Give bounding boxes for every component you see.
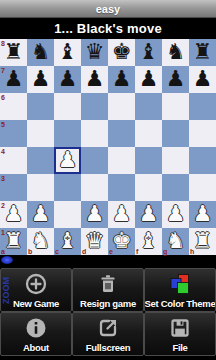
square-d1[interactable]: d♛ xyxy=(81,228,108,255)
square-h3[interactable] xyxy=(189,174,216,201)
move-status-text: 1... Black's move xyxy=(54,21,162,36)
square-f5[interactable] xyxy=(135,120,162,147)
piece-black-pawn: ♟ xyxy=(27,66,54,93)
piece-black-pawn: ♟ xyxy=(54,66,81,93)
square-c1[interactable]: c♝ xyxy=(54,228,81,255)
rank-label-1: 1 xyxy=(1,229,5,236)
board-bottom-strip xyxy=(0,255,216,268)
square-h2[interactable]: ♟ xyxy=(189,201,216,228)
rank-label-6: 6 xyxy=(1,94,5,101)
options-menu: New Game Resign game Set xyxy=(0,268,216,356)
square-h4[interactable] xyxy=(189,147,216,174)
square-b1[interactable]: b♞ xyxy=(27,228,54,255)
square-c4[interactable]: ♟ xyxy=(54,147,81,174)
square-a7[interactable]: 7♟ xyxy=(0,66,27,93)
piece-black-pawn: ♟ xyxy=(108,66,135,93)
file-label-d: d xyxy=(82,248,86,255)
square-c7[interactable]: ♟ xyxy=(54,66,81,93)
square-e3[interactable] xyxy=(108,174,135,201)
square-b2[interactable]: ♟ xyxy=(27,201,54,228)
app-title: easy xyxy=(96,3,120,15)
menu-item-label: Fullscreen xyxy=(86,342,131,353)
move-status-bar: 1... Black's move xyxy=(0,18,216,39)
square-h8[interactable]: ♜ xyxy=(189,39,216,66)
rank-label-4: 4 xyxy=(1,148,5,155)
square-f7[interactable]: ♟ xyxy=(135,66,162,93)
menu-item-about[interactable]: About xyxy=(0,312,72,356)
square-a4[interactable]: 4 xyxy=(0,147,27,174)
square-c6[interactable] xyxy=(54,93,81,120)
square-c2[interactable] xyxy=(54,201,81,228)
square-a6[interactable]: 6 xyxy=(0,93,27,120)
title-bar: easy xyxy=(0,0,216,18)
square-f8[interactable]: ♝ xyxy=(135,39,162,66)
file-label-f: f xyxy=(136,248,138,255)
square-g3[interactable] xyxy=(162,174,189,201)
file-label-b: b xyxy=(28,248,32,255)
square-d5[interactable] xyxy=(81,120,108,147)
piece-black-pawn: ♟ xyxy=(162,66,189,93)
square-d2[interactable]: ♟ xyxy=(81,201,108,228)
square-c3[interactable] xyxy=(54,174,81,201)
vertical-text-artifact: ZOOM xyxy=(1,264,11,304)
menu-item-file[interactable]: File xyxy=(144,312,216,356)
rank-label-5: 5 xyxy=(1,121,5,128)
file-label-c: c xyxy=(55,248,59,255)
piece-black-bishop: ♝ xyxy=(54,39,81,66)
info-icon xyxy=(24,316,48,341)
square-g5[interactable] xyxy=(162,120,189,147)
piece-black-pawn: ♟ xyxy=(189,66,216,93)
menu-item-fullscreen[interactable]: Fullscreen xyxy=(72,312,144,356)
square-a5[interactable]: 5 xyxy=(0,120,27,147)
piece-black-knight: ♞ xyxy=(27,39,54,66)
trash-icon xyxy=(96,272,120,297)
square-a1[interactable]: 1a♜ xyxy=(0,228,27,255)
rank-label-8: 8 xyxy=(1,40,5,47)
square-b3[interactable] xyxy=(27,174,54,201)
square-b4[interactable] xyxy=(27,147,54,174)
rank-label-2: 2 xyxy=(1,202,5,209)
piece-white-pawn: ♟ xyxy=(81,201,108,228)
piece-white-pawn: ♟ xyxy=(108,201,135,228)
square-f3[interactable] xyxy=(135,174,162,201)
square-e2[interactable]: ♟ xyxy=(108,201,135,228)
piece-black-king: ♚ xyxy=(108,39,135,66)
menu-item-label: Set Color Theme xyxy=(145,298,216,309)
menu-item-label: File xyxy=(172,342,187,353)
square-e8[interactable]: ♚ xyxy=(108,39,135,66)
piece-white-pawn: ♟ xyxy=(162,201,189,228)
square-g7[interactable]: ♟ xyxy=(162,66,189,93)
fullscreen-icon xyxy=(96,316,120,341)
square-h1[interactable]: h♜ xyxy=(189,228,216,255)
square-e7[interactable]: ♟ xyxy=(108,66,135,93)
piece-white-bishop: ♝ xyxy=(135,228,162,255)
square-g8[interactable]: ♞ xyxy=(162,39,189,66)
square-f6[interactable] xyxy=(135,93,162,120)
file-label-h: h xyxy=(190,248,194,255)
color-squares-icon xyxy=(168,272,192,297)
file-label-g: g xyxy=(163,248,167,255)
square-d3[interactable] xyxy=(81,174,108,201)
square-c5[interactable] xyxy=(54,120,81,147)
menu-item-resign-game[interactable]: Resign game xyxy=(72,268,144,312)
piece-black-pawn: ♟ xyxy=(135,66,162,93)
file-label-e: e xyxy=(109,248,113,255)
menu-item-set-color-theme[interactable]: Set Color Theme xyxy=(144,268,216,312)
rank-label-3: 3 xyxy=(1,175,5,182)
blue-smudge-artifact xyxy=(1,256,13,264)
chess-board: 8♜♞♝♛♚♝♞♜7♟♟♟♟♟♟♟♟654♟32♟♟♟♟♟♟♟1a♜b♞c♝d♛… xyxy=(0,39,216,255)
square-b6[interactable] xyxy=(27,93,54,120)
square-c8[interactable]: ♝ xyxy=(54,39,81,66)
menu-item-label: Resign game xyxy=(80,298,136,309)
square-e4[interactable] xyxy=(108,147,135,174)
square-g4[interactable] xyxy=(162,147,189,174)
square-h6[interactable] xyxy=(189,93,216,120)
plus-circle-icon xyxy=(24,272,48,297)
piece-white-pawn: ♟ xyxy=(54,147,81,174)
piece-white-pawn: ♟ xyxy=(189,201,216,228)
square-d7[interactable]: ♟ xyxy=(81,66,108,93)
piece-black-bishop: ♝ xyxy=(135,39,162,66)
square-d8[interactable]: ♛ xyxy=(81,39,108,66)
square-a2[interactable]: 2♟ xyxy=(0,201,27,228)
square-a3[interactable]: 3 xyxy=(0,174,27,201)
rank-label-7: 7 xyxy=(1,67,5,74)
square-f2[interactable]: ♟ xyxy=(135,201,162,228)
piece-black-queen: ♛ xyxy=(81,39,108,66)
square-d6[interactable] xyxy=(81,93,108,120)
square-e6[interactable] xyxy=(108,93,135,120)
square-g1[interactable]: g♞ xyxy=(162,228,189,255)
square-e1[interactable]: e♚ xyxy=(108,228,135,255)
piece-white-pawn: ♟ xyxy=(27,201,54,228)
square-b7[interactable]: ♟ xyxy=(27,66,54,93)
square-g2[interactable]: ♟ xyxy=(162,201,189,228)
menu-item-label: About xyxy=(23,342,49,353)
square-g6[interactable] xyxy=(162,93,189,120)
square-d4[interactable] xyxy=(81,147,108,174)
square-b5[interactable] xyxy=(27,120,54,147)
square-h7[interactable]: ♟ xyxy=(189,66,216,93)
square-e5[interactable] xyxy=(108,120,135,147)
piece-white-pawn: ♟ xyxy=(135,201,162,228)
square-a8[interactable]: 8♜ xyxy=(0,39,27,66)
file-label-a: a xyxy=(1,248,5,255)
square-b8[interactable]: ♞ xyxy=(27,39,54,66)
floppy-disk-icon xyxy=(168,316,192,341)
menu-item-label: New Game xyxy=(13,298,59,309)
square-h5[interactable] xyxy=(189,120,216,147)
app-window: easy 1... Black's move 8♜♞♝♛♚♝♞♜7♟♟♟♟♟♟♟… xyxy=(0,0,216,360)
piece-black-pawn: ♟ xyxy=(81,66,108,93)
piece-black-knight: ♞ xyxy=(162,39,189,66)
square-f4[interactable] xyxy=(135,147,162,174)
square-f1[interactable]: f♝ xyxy=(135,228,162,255)
piece-black-rook: ♜ xyxy=(189,39,216,66)
